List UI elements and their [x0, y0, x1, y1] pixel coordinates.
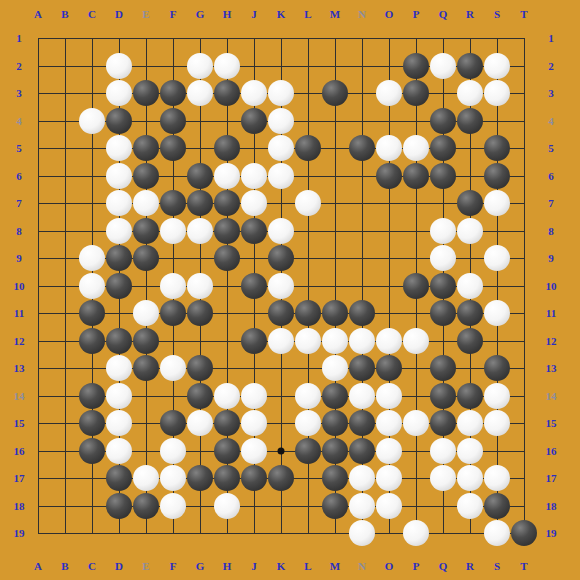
black-stone	[241, 108, 267, 134]
white-stone	[349, 383, 375, 409]
black-stone	[295, 300, 321, 326]
black-stone	[484, 135, 510, 161]
white-stone	[430, 53, 456, 79]
white-stone	[430, 218, 456, 244]
white-stone	[79, 108, 105, 134]
white-stone	[349, 465, 375, 491]
white-stone	[241, 80, 267, 106]
black-stone	[214, 218, 240, 244]
black-stone	[484, 163, 510, 189]
white-stone	[322, 328, 348, 354]
white-stone	[214, 383, 240, 409]
white-stone	[457, 218, 483, 244]
black-stone	[133, 493, 159, 519]
white-stone	[349, 520, 375, 546]
white-stone	[484, 190, 510, 216]
black-stone	[241, 328, 267, 354]
black-stone	[511, 520, 537, 546]
white-stone	[106, 190, 132, 216]
col-label-top: T	[520, 8, 527, 20]
black-stone	[430, 273, 456, 299]
col-label-bottom: Q	[439, 560, 448, 572]
row-label-left: 14	[14, 390, 25, 402]
white-stone	[214, 493, 240, 519]
black-stone	[322, 493, 348, 519]
col-label-top: E	[142, 8, 149, 20]
black-stone	[241, 273, 267, 299]
black-stone	[403, 80, 429, 106]
row-label-right: 18	[546, 500, 557, 512]
row-label-right: 4	[548, 115, 554, 127]
black-stone	[133, 245, 159, 271]
white-stone	[376, 438, 402, 464]
row-label-right: 14	[546, 390, 557, 402]
row-label-right: 7	[548, 197, 554, 209]
black-stone	[214, 135, 240, 161]
black-stone	[187, 383, 213, 409]
white-stone	[322, 355, 348, 381]
white-stone	[403, 410, 429, 436]
black-stone	[430, 355, 456, 381]
white-stone	[160, 438, 186, 464]
black-stone	[322, 410, 348, 436]
black-stone	[430, 135, 456, 161]
row-label-right: 16	[546, 445, 557, 457]
col-label-bottom: J	[251, 560, 257, 572]
white-stone	[133, 465, 159, 491]
black-stone	[322, 80, 348, 106]
row-label-right: 3	[548, 87, 554, 99]
col-label-bottom: M	[330, 560, 340, 572]
black-stone	[322, 465, 348, 491]
white-stone	[268, 328, 294, 354]
black-stone	[430, 163, 456, 189]
row-label-right: 2	[548, 60, 554, 72]
col-label-bottom: S	[494, 560, 500, 572]
black-stone	[349, 355, 375, 381]
black-stone	[160, 80, 186, 106]
col-label-top: N	[358, 8, 366, 20]
col-label-top: D	[115, 8, 123, 20]
white-stone	[430, 438, 456, 464]
black-stone	[214, 80, 240, 106]
white-stone	[484, 520, 510, 546]
black-stone	[268, 300, 294, 326]
black-stone	[133, 135, 159, 161]
black-stone	[322, 383, 348, 409]
col-label-bottom: K	[277, 560, 286, 572]
white-stone	[430, 465, 456, 491]
col-label-top: B	[61, 8, 68, 20]
white-stone	[484, 383, 510, 409]
white-stone	[376, 410, 402, 436]
white-stone	[376, 493, 402, 519]
col-label-top: O	[385, 8, 394, 20]
white-stone	[160, 273, 186, 299]
col-label-top: S	[494, 8, 500, 20]
black-stone	[160, 108, 186, 134]
black-stone	[214, 438, 240, 464]
row-label-right: 8	[548, 225, 554, 237]
col-label-bottom: L	[304, 560, 311, 572]
row-label-left: 2	[16, 60, 22, 72]
black-stone	[430, 410, 456, 436]
col-label-top: A	[34, 8, 42, 20]
row-label-right: 19	[546, 527, 557, 539]
col-label-top: K	[277, 8, 286, 20]
row-label-left: 15	[14, 417, 25, 429]
row-label-right: 6	[548, 170, 554, 182]
white-stone	[160, 493, 186, 519]
col-label-top: C	[88, 8, 96, 20]
white-stone	[295, 383, 321, 409]
white-stone	[160, 218, 186, 244]
black-stone	[268, 245, 294, 271]
col-label-bottom: F	[170, 560, 177, 572]
col-label-bottom: B	[61, 560, 68, 572]
black-stone	[79, 383, 105, 409]
white-stone	[268, 80, 294, 106]
white-stone	[160, 355, 186, 381]
white-stone	[295, 190, 321, 216]
row-label-left: 18	[14, 500, 25, 512]
white-stone	[106, 218, 132, 244]
white-stone	[268, 163, 294, 189]
row-label-right: 10	[546, 280, 557, 292]
black-stone	[376, 163, 402, 189]
white-stone	[241, 438, 267, 464]
col-label-top: M	[330, 8, 340, 20]
col-label-bottom: E	[142, 560, 149, 572]
white-stone	[376, 383, 402, 409]
black-stone	[295, 438, 321, 464]
white-stone	[457, 410, 483, 436]
black-stone	[133, 328, 159, 354]
black-stone	[457, 300, 483, 326]
white-stone	[484, 245, 510, 271]
black-stone	[349, 438, 375, 464]
black-stone	[133, 218, 159, 244]
white-stone	[160, 465, 186, 491]
row-label-left: 16	[14, 445, 25, 457]
col-label-bottom: P	[413, 560, 420, 572]
black-stone	[241, 218, 267, 244]
white-stone	[457, 493, 483, 519]
black-stone	[430, 108, 456, 134]
row-label-left: 13	[14, 362, 25, 374]
black-stone	[403, 163, 429, 189]
white-stone	[79, 273, 105, 299]
white-stone	[187, 410, 213, 436]
col-label-top: G	[196, 8, 205, 20]
black-stone	[457, 108, 483, 134]
white-stone	[241, 190, 267, 216]
white-stone	[295, 328, 321, 354]
black-stone	[268, 465, 294, 491]
white-stone	[106, 80, 132, 106]
col-label-top: F	[170, 8, 177, 20]
white-stone	[241, 410, 267, 436]
white-stone	[106, 438, 132, 464]
black-stone	[79, 328, 105, 354]
black-stone	[79, 300, 105, 326]
col-label-bottom: T	[520, 560, 527, 572]
white-stone	[106, 135, 132, 161]
row-label-left: 12	[14, 335, 25, 347]
white-stone	[457, 80, 483, 106]
black-stone	[457, 328, 483, 354]
white-stone	[241, 383, 267, 409]
white-stone	[106, 163, 132, 189]
row-label-left: 17	[14, 472, 25, 484]
col-label-bottom: H	[223, 560, 232, 572]
white-stone	[187, 80, 213, 106]
black-stone	[133, 163, 159, 189]
black-stone	[160, 410, 186, 436]
black-stone	[160, 300, 186, 326]
black-stone	[133, 80, 159, 106]
col-label-top: L	[304, 8, 311, 20]
white-stone	[106, 410, 132, 436]
black-stone	[106, 328, 132, 354]
white-stone	[484, 465, 510, 491]
black-stone	[241, 465, 267, 491]
black-stone	[484, 493, 510, 519]
black-stone	[430, 300, 456, 326]
white-stone	[403, 328, 429, 354]
black-stone	[187, 190, 213, 216]
row-label-left: 5	[16, 142, 22, 154]
white-stone	[268, 135, 294, 161]
white-stone	[295, 410, 321, 436]
row-label-left: 11	[14, 307, 24, 319]
row-label-right: 15	[546, 417, 557, 429]
black-stone	[187, 465, 213, 491]
black-stone	[106, 273, 132, 299]
row-label-left: 7	[16, 197, 22, 209]
white-stone	[376, 328, 402, 354]
black-stone	[403, 273, 429, 299]
row-label-left: 19	[14, 527, 25, 539]
black-stone	[295, 135, 321, 161]
black-stone	[214, 410, 240, 436]
white-stone	[268, 218, 294, 244]
black-stone	[106, 245, 132, 271]
row-label-left: 10	[14, 280, 25, 292]
white-stone	[106, 53, 132, 79]
star-point	[278, 447, 285, 454]
col-label-bottom: A	[34, 560, 42, 572]
white-stone	[376, 80, 402, 106]
row-label-left: 3	[16, 87, 22, 99]
col-label-bottom: G	[196, 560, 205, 572]
black-stone	[457, 383, 483, 409]
row-label-right: 9	[548, 252, 554, 264]
black-stone	[322, 438, 348, 464]
black-stone	[322, 300, 348, 326]
black-stone	[187, 163, 213, 189]
white-stone	[187, 53, 213, 79]
row-label-left: 9	[16, 252, 22, 264]
white-stone	[268, 108, 294, 134]
white-stone	[484, 300, 510, 326]
row-label-left: 6	[16, 170, 22, 182]
go-board-app: AABBCCDDEEFFGGHHJJKKLLMMNNOOPPQQRRSSTT11…	[0, 0, 580, 580]
black-stone	[457, 53, 483, 79]
black-stone	[187, 300, 213, 326]
row-label-right: 17	[546, 472, 557, 484]
col-label-bottom: C	[88, 560, 96, 572]
col-label-top: Q	[439, 8, 448, 20]
black-stone	[187, 355, 213, 381]
black-stone	[430, 383, 456, 409]
white-stone	[484, 53, 510, 79]
black-stone	[484, 355, 510, 381]
white-stone	[457, 273, 483, 299]
white-stone	[214, 53, 240, 79]
black-stone	[79, 410, 105, 436]
black-stone	[106, 465, 132, 491]
row-label-left: 1	[16, 32, 22, 44]
black-stone	[349, 410, 375, 436]
white-stone	[214, 163, 240, 189]
white-stone	[133, 300, 159, 326]
white-stone	[187, 218, 213, 244]
white-stone	[484, 410, 510, 436]
row-label-right: 5	[548, 142, 554, 154]
white-stone	[376, 465, 402, 491]
white-stone	[106, 355, 132, 381]
white-stone	[349, 493, 375, 519]
white-stone	[403, 135, 429, 161]
white-stone	[268, 273, 294, 299]
black-stone	[214, 245, 240, 271]
black-stone	[106, 493, 132, 519]
white-stone	[484, 80, 510, 106]
black-stone	[160, 190, 186, 216]
white-stone	[457, 465, 483, 491]
black-stone	[349, 135, 375, 161]
white-stone	[79, 245, 105, 271]
black-stone	[403, 53, 429, 79]
black-stone	[79, 438, 105, 464]
white-stone	[187, 273, 213, 299]
row-label-right: 11	[546, 307, 556, 319]
row-label-left: 4	[16, 115, 22, 127]
col-label-top: P	[413, 8, 420, 20]
black-stone	[133, 355, 159, 381]
col-label-bottom: O	[385, 560, 394, 572]
white-stone	[376, 135, 402, 161]
black-stone	[160, 135, 186, 161]
white-stone	[106, 383, 132, 409]
white-stone	[241, 163, 267, 189]
row-label-right: 13	[546, 362, 557, 374]
row-label-right: 12	[546, 335, 557, 347]
black-stone	[214, 465, 240, 491]
black-stone	[214, 190, 240, 216]
black-stone	[376, 355, 402, 381]
white-stone	[349, 328, 375, 354]
col-label-top: R	[466, 8, 474, 20]
white-stone	[403, 520, 429, 546]
col-label-top: J	[251, 8, 257, 20]
col-label-bottom: D	[115, 560, 123, 572]
row-label-right: 1	[548, 32, 554, 44]
row-label-left: 8	[16, 225, 22, 237]
col-label-bottom: R	[466, 560, 474, 572]
col-label-bottom: N	[358, 560, 366, 572]
black-stone	[457, 190, 483, 216]
col-label-top: H	[223, 8, 232, 20]
white-stone	[133, 190, 159, 216]
white-stone	[430, 245, 456, 271]
black-stone	[349, 300, 375, 326]
white-stone	[457, 438, 483, 464]
black-stone	[106, 108, 132, 134]
